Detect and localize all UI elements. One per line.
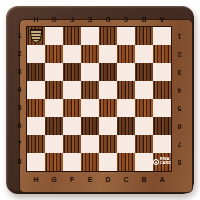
file-label-top-a: A: [153, 13, 171, 26]
square-b6[interactable]: [135, 117, 153, 135]
maker-roundel-icon: RINACARD: [153, 158, 171, 165]
rank-label-left-6: 6: [13, 117, 26, 135]
square-e6[interactable]: [81, 117, 99, 135]
square-a8[interactable]: RINACARD: [153, 153, 171, 171]
rank-label-right-1: 1: [173, 27, 186, 45]
file-label-bottom-d: D: [99, 173, 117, 186]
square-b5[interactable]: [135, 99, 153, 117]
square-b2[interactable]: [135, 45, 153, 63]
square-c4[interactable]: [117, 81, 135, 99]
playing-field: RINACARD: [27, 27, 171, 171]
file-label-bottom-c: C: [117, 173, 135, 186]
square-a4[interactable]: [153, 81, 171, 99]
square-c6[interactable]: [117, 117, 135, 135]
square-a7[interactable]: [153, 135, 171, 153]
file-label-top-f: F: [63, 13, 81, 26]
square-h5[interactable]: [27, 99, 45, 117]
square-g7[interactable]: [45, 135, 63, 153]
chess-board-photo: HGFEDCBA HGFEDCBA 12345678 12345678 RINA…: [0, 0, 200, 200]
square-f6[interactable]: [63, 117, 81, 135]
square-d5[interactable]: [99, 99, 117, 117]
rank-label-left-8: 8: [13, 153, 26, 171]
file-label-top-d: D: [99, 13, 117, 26]
rank-label-left-4: 4: [13, 81, 26, 99]
square-h4[interactable]: [27, 81, 45, 99]
file-label-top-c: C: [117, 13, 135, 26]
square-b1[interactable]: [135, 27, 153, 45]
square-h2[interactable]: [27, 45, 45, 63]
file-label-bottom-e: E: [81, 173, 99, 186]
file-label-bottom-b: B: [135, 173, 153, 186]
square-f1[interactable]: [63, 27, 81, 45]
square-f5[interactable]: [63, 99, 81, 117]
square-g5[interactable]: [45, 99, 63, 117]
square-a1[interactable]: [153, 27, 171, 45]
square-b7[interactable]: [135, 135, 153, 153]
square-c1[interactable]: [117, 27, 135, 45]
file-label-bottom-h: H: [27, 173, 45, 186]
rank-label-right-5: 5: [173, 99, 186, 117]
rank-label-left-3: 3: [13, 63, 26, 81]
file-labels-bottom: HGFEDCBA: [27, 173, 171, 186]
file-label-bottom-a: A: [153, 173, 171, 186]
square-f7[interactable]: [63, 135, 81, 153]
square-b8[interactable]: [135, 153, 153, 171]
square-c8[interactable]: [117, 153, 135, 171]
square-a2[interactable]: [153, 45, 171, 63]
square-h7[interactable]: [27, 135, 45, 153]
square-a5[interactable]: [153, 99, 171, 117]
rank-label-right-8: 8: [173, 153, 186, 171]
rank-label-right-3: 3: [173, 63, 186, 81]
square-e2[interactable]: [81, 45, 99, 63]
square-e7[interactable]: [81, 135, 99, 153]
file-label-top-g: G: [45, 13, 63, 26]
rank-label-left-5: 5: [13, 99, 26, 117]
file-label-bottom-f: F: [63, 173, 81, 186]
file-label-top-b: B: [135, 13, 153, 26]
square-c2[interactable]: [117, 45, 135, 63]
square-b4[interactable]: [135, 81, 153, 99]
square-d2[interactable]: [99, 45, 117, 63]
square-a6[interactable]: [153, 117, 171, 135]
rank-label-right-7: 7: [173, 135, 186, 153]
rank-labels-right: 12345678: [173, 27, 186, 171]
square-e1[interactable]: [81, 27, 99, 45]
square-d4[interactable]: [99, 81, 117, 99]
rank-labels-left: 12345678: [13, 27, 26, 171]
rank-label-left-2: 2: [13, 45, 26, 63]
square-d1[interactable]: [99, 27, 117, 45]
square-g8[interactable]: [45, 153, 63, 171]
square-e8[interactable]: [81, 153, 99, 171]
rank-label-left-1: 1: [13, 27, 26, 45]
maker-crest-icon: [30, 29, 42, 43]
square-f4[interactable]: [63, 81, 81, 99]
square-h8[interactable]: [27, 153, 45, 171]
square-a3[interactable]: [153, 63, 171, 81]
square-e4[interactable]: [81, 81, 99, 99]
square-b3[interactable]: [135, 63, 153, 81]
square-d8[interactable]: [99, 153, 117, 171]
file-label-top-e: E: [81, 13, 99, 26]
square-e5[interactable]: [81, 99, 99, 117]
square-g6[interactable]: [45, 117, 63, 135]
square-e3[interactable]: [81, 63, 99, 81]
square-g3[interactable]: [45, 63, 63, 81]
rank-label-right-2: 2: [173, 45, 186, 63]
rank-label-right-6: 6: [173, 117, 186, 135]
square-f2[interactable]: [63, 45, 81, 63]
roundel-text-line: CARD: [160, 162, 171, 166]
square-d6[interactable]: [99, 117, 117, 135]
rank-label-right-4: 4: [173, 81, 186, 99]
square-d3[interactable]: [99, 63, 117, 81]
square-g1[interactable]: [45, 27, 63, 45]
file-label-bottom-g: G: [45, 173, 63, 186]
roundel-ring-icon: [153, 159, 159, 165]
file-label-top-h: H: [27, 13, 45, 26]
square-g2[interactable]: [45, 45, 63, 63]
square-g4[interactable]: [45, 81, 63, 99]
square-c5[interactable]: [117, 99, 135, 117]
square-c3[interactable]: [117, 63, 135, 81]
square-f8[interactable]: [63, 153, 81, 171]
square-f3[interactable]: [63, 63, 81, 81]
square-c7[interactable]: [117, 135, 135, 153]
square-h1[interactable]: [27, 27, 45, 45]
square-h6[interactable]: [27, 117, 45, 135]
file-labels-top: HGFEDCBA: [27, 13, 171, 26]
square-h3[interactable]: [27, 63, 45, 81]
square-d7[interactable]: [99, 135, 117, 153]
rank-label-left-7: 7: [13, 135, 26, 153]
roundel-text: RINACARD: [160, 158, 171, 165]
